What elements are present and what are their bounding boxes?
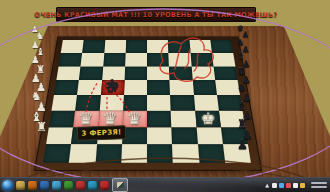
square-a2[interactable] [46, 127, 73, 144]
square-f5[interactable] [170, 80, 194, 95]
taskbar-icon-opera[interactable] [100, 181, 109, 190]
square-e6[interactable] [147, 66, 170, 80]
banner-text: ОЧЕНЬ КРАСИВЫЙ МАТ !!! 10 УРОВЕНЬ А ТЫ Т… [35, 11, 278, 19]
three-queens-label-text: 3 ФЕРЗЯ! [81, 128, 121, 137]
tray-icon-1[interactable] [279, 183, 284, 188]
square-d1[interactable] [121, 144, 147, 162]
taskbar-icon-folder[interactable] [16, 181, 25, 190]
white-queen[interactable]: ♛ [127, 110, 142, 127]
square-b5[interactable] [77, 80, 101, 95]
square-c5[interactable]: ♚ [101, 80, 125, 95]
square-h8[interactable] [210, 40, 233, 53]
square-f4[interactable] [170, 95, 195, 111]
video-title-banner: ОЧЕНЬ КРАСИВЫЙ МАТ !!! 10 УРОВЕНЬ А ТЫ Т… [56, 7, 256, 22]
square-g1[interactable] [197, 144, 224, 162]
taskbar-icon-internet-explorer[interactable] [52, 181, 61, 190]
tray-icon-0[interactable] [272, 183, 277, 188]
square-f3[interactable] [171, 111, 196, 127]
square-c1[interactable] [95, 144, 122, 162]
taskbar-icons [16, 181, 109, 190]
captured-black-pawn: ♟ [237, 140, 253, 150]
square-g3[interactable]: ♚ [195, 111, 221, 127]
square-g5[interactable] [192, 80, 216, 95]
square-f7[interactable] [169, 53, 192, 66]
taskbar-icon-app-green[interactable] [64, 181, 73, 190]
system-tray: ▲ [265, 182, 327, 188]
square-g2[interactable] [196, 127, 223, 144]
windows-taskbar: ▲ [0, 177, 330, 192]
three-queens-label: 3 ФЕРЗЯ! [77, 125, 126, 141]
tray-icons [272, 183, 305, 188]
square-h6[interactable] [213, 66, 237, 80]
square-a7[interactable] [59, 53, 83, 66]
square-e2[interactable] [147, 127, 172, 144]
captured-black-tray: ♛♟♞♟♝♟♜♟♞♟♝♟♜♟♟ [237, 26, 253, 174]
square-a3[interactable] [49, 111, 76, 127]
white-queen[interactable]: ♛ [78, 110, 93, 127]
square-b7[interactable] [81, 53, 104, 66]
square-g6[interactable] [191, 66, 215, 80]
tray-icon-4[interactable] [300, 183, 305, 188]
square-d6[interactable] [124, 66, 147, 80]
square-a5[interactable] [54, 80, 79, 95]
square-f6[interactable] [169, 66, 192, 80]
square-b3[interactable]: ♛ [73, 111, 99, 127]
square-a4[interactable] [51, 95, 77, 111]
square-e3[interactable] [147, 111, 172, 127]
taskbar-icon-shield-antivirus[interactable] [76, 181, 85, 190]
square-b6[interactable] [79, 66, 103, 80]
desktop: ♚♛♛♛♛♚ ♟♞♟♝♟♜♟♟♞♟♝♜ ♛♟♞♟♝♟♜♟♞♟♝♟♜♟♟ ОЧЕН… [0, 0, 330, 192]
square-a6[interactable] [56, 66, 80, 80]
square-f8[interactable] [168, 40, 190, 53]
square-d7[interactable] [125, 53, 147, 66]
tray-icon-2[interactable] [286, 183, 291, 188]
taskbar-icon-app-blue[interactable] [40, 181, 49, 190]
square-c8[interactable] [104, 40, 126, 53]
square-h7[interactable] [212, 53, 236, 66]
square-e5[interactable] [147, 80, 170, 95]
square-e1[interactable] [147, 144, 173, 162]
square-e8[interactable] [147, 40, 169, 53]
tray-icon-3[interactable] [293, 183, 298, 188]
square-a8[interactable] [61, 40, 84, 53]
taskbar-clock[interactable] [311, 182, 327, 188]
square-e4[interactable] [147, 95, 171, 111]
square-d3[interactable]: ♛ [122, 111, 147, 127]
captured-white-rook: ♜ [36, 122, 47, 133]
square-c7[interactable] [103, 53, 126, 66]
square-b8[interactable] [82, 40, 105, 53]
black-king[interactable]: ♚ [104, 77, 120, 95]
taskbar-active-chess-app[interactable] [112, 178, 128, 192]
white-king[interactable]: ♚ [201, 110, 216, 127]
square-f2[interactable] [172, 127, 198, 144]
chess-board: ♚♛♛♛♛♚ [43, 40, 251, 163]
square-b1[interactable] [69, 144, 96, 162]
chess-app-icon [117, 182, 124, 188]
square-g8[interactable] [189, 40, 212, 53]
square-g7[interactable] [190, 53, 213, 66]
square-f1[interactable] [172, 144, 199, 162]
taskbar-icon-telegram[interactable] [88, 181, 97, 190]
taskbar-icon-firefox[interactable] [28, 181, 37, 190]
square-d5[interactable] [124, 80, 147, 95]
tray-up-arrow-icon[interactable]: ▲ [265, 182, 269, 188]
square-e7[interactable] [147, 53, 169, 66]
captured-white-tray: ♟♞♟♝♟♜♟♟♞♟♝♜ [31, 26, 47, 168]
square-d8[interactable] [125, 40, 147, 53]
start-button[interactable] [2, 180, 13, 191]
